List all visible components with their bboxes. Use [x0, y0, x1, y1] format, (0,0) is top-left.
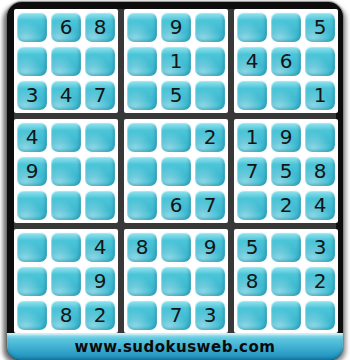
- cell-r6c9[interactable]: 4: [305, 190, 335, 220]
- cell-r2c2[interactable]: [51, 46, 81, 76]
- cell-r7c5[interactable]: [161, 232, 191, 262]
- cell-r8c7[interactable]: 8: [237, 266, 267, 296]
- block-0-0: 68347: [14, 9, 118, 113]
- cell-r8c8[interactable]: [271, 266, 301, 296]
- sudoku-grid: 683479155461492671975824498289735382: [14, 9, 336, 333]
- cell-r6c3[interactable]: [85, 190, 115, 220]
- cell-r3c9[interactable]: 1: [305, 80, 335, 110]
- cell-r9c2[interactable]: 8: [51, 300, 81, 330]
- cell-r6c6[interactable]: 7: [195, 190, 225, 220]
- cell-r1c8[interactable]: [271, 12, 301, 42]
- cell-r5c7[interactable]: 7: [237, 156, 267, 186]
- page: 683479155461492671975824498289735382 www…: [0, 0, 350, 360]
- cell-r4c8[interactable]: 9: [271, 122, 301, 152]
- cell-r7c8[interactable]: [271, 232, 301, 262]
- cell-r9c4[interactable]: [127, 300, 157, 330]
- cell-r4c7[interactable]: 1: [237, 122, 267, 152]
- cell-r9c9[interactable]: [305, 300, 335, 330]
- cell-r7c1[interactable]: [17, 232, 47, 262]
- cell-r7c7[interactable]: 5: [237, 232, 267, 262]
- cell-r7c3[interactable]: 4: [85, 232, 115, 262]
- cell-r7c4[interactable]: 8: [127, 232, 157, 262]
- cell-r8c9[interactable]: 2: [305, 266, 335, 296]
- cell-r4c4[interactable]: [127, 122, 157, 152]
- cell-r4c6[interactable]: 2: [195, 122, 225, 152]
- cell-r2c7[interactable]: 4: [237, 46, 267, 76]
- cell-r2c9[interactable]: [305, 46, 335, 76]
- cell-r4c9[interactable]: [305, 122, 335, 152]
- cell-r1c7[interactable]: [237, 12, 267, 42]
- cell-r5c9[interactable]: 8: [305, 156, 335, 186]
- cell-r7c9[interactable]: 3: [305, 232, 335, 262]
- cell-r9c7[interactable]: [237, 300, 267, 330]
- cell-r4c3[interactable]: [85, 122, 115, 152]
- cell-r3c4[interactable]: [127, 80, 157, 110]
- cell-r4c1[interactable]: 4: [17, 122, 47, 152]
- cell-r8c6[interactable]: [195, 266, 225, 296]
- cell-r5c2[interactable]: [51, 156, 81, 186]
- cell-r9c5[interactable]: 7: [161, 300, 191, 330]
- sudoku-board: 683479155461492671975824498289735382 www…: [7, 2, 343, 360]
- block-0-1: 915: [124, 9, 228, 113]
- site-url[interactable]: www.sudokusweb.com: [75, 338, 276, 356]
- cell-r4c5[interactable]: [161, 122, 191, 152]
- cell-r6c2[interactable]: [51, 190, 81, 220]
- cell-r2c4[interactable]: [127, 46, 157, 76]
- cell-r5c6[interactable]: [195, 156, 225, 186]
- cell-r8c3[interactable]: 9: [85, 266, 115, 296]
- cell-r9c1[interactable]: [17, 300, 47, 330]
- cell-r6c1[interactable]: [17, 190, 47, 220]
- cell-r3c5[interactable]: 5: [161, 80, 191, 110]
- cell-r6c8[interactable]: 2: [271, 190, 301, 220]
- cell-r6c5[interactable]: 6: [161, 190, 191, 220]
- block-2-2: 5382: [234, 229, 338, 333]
- cell-r2c3[interactable]: [85, 46, 115, 76]
- cell-r3c6[interactable]: [195, 80, 225, 110]
- block-0-2: 5461: [234, 9, 338, 113]
- cell-r6c7[interactable]: [237, 190, 267, 220]
- cell-r8c2[interactable]: [51, 266, 81, 296]
- block-1-2: 1975824: [234, 119, 338, 223]
- cell-r9c8[interactable]: [271, 300, 301, 330]
- block-2-0: 4982: [14, 229, 118, 333]
- cell-r1c3[interactable]: 8: [85, 12, 115, 42]
- cell-r3c3[interactable]: 7: [85, 80, 115, 110]
- cell-r8c5[interactable]: [161, 266, 191, 296]
- cell-r3c2[interactable]: 4: [51, 80, 81, 110]
- cell-r1c2[interactable]: 6: [51, 12, 81, 42]
- cell-r5c3[interactable]: [85, 156, 115, 186]
- cell-r2c5[interactable]: 1: [161, 46, 191, 76]
- block-1-0: 49: [14, 119, 118, 223]
- cell-r4c2[interactable]: [51, 122, 81, 152]
- cell-r1c5[interactable]: 9: [161, 12, 191, 42]
- cell-r1c6[interactable]: [195, 12, 225, 42]
- cell-r6c4[interactable]: [127, 190, 157, 220]
- cell-r8c4[interactable]: [127, 266, 157, 296]
- cell-r1c4[interactable]: [127, 12, 157, 42]
- cell-r2c6[interactable]: [195, 46, 225, 76]
- cell-r1c9[interactable]: 5: [305, 12, 335, 42]
- cell-r9c6[interactable]: 3: [195, 300, 225, 330]
- cell-r1c1[interactable]: [17, 12, 47, 42]
- cell-r7c6[interactable]: 9: [195, 232, 225, 262]
- block-1-1: 267: [124, 119, 228, 223]
- cell-r5c8[interactable]: 5: [271, 156, 301, 186]
- cell-r3c8[interactable]: [271, 80, 301, 110]
- cell-r9c3[interactable]: 2: [85, 300, 115, 330]
- block-2-1: 8973: [124, 229, 228, 333]
- cell-r8c1[interactable]: [17, 266, 47, 296]
- cell-r5c5[interactable]: [161, 156, 191, 186]
- cell-r2c8[interactable]: 6: [271, 46, 301, 76]
- cell-r2c1[interactable]: [17, 46, 47, 76]
- cell-r7c2[interactable]: [51, 232, 81, 262]
- cell-r5c4[interactable]: [127, 156, 157, 186]
- cell-r5c1[interactable]: 9: [17, 156, 47, 186]
- cell-r3c7[interactable]: [237, 80, 267, 110]
- cell-r3c1[interactable]: 3: [17, 80, 47, 110]
- footer-bar: www.sudokusweb.com: [7, 333, 343, 360]
